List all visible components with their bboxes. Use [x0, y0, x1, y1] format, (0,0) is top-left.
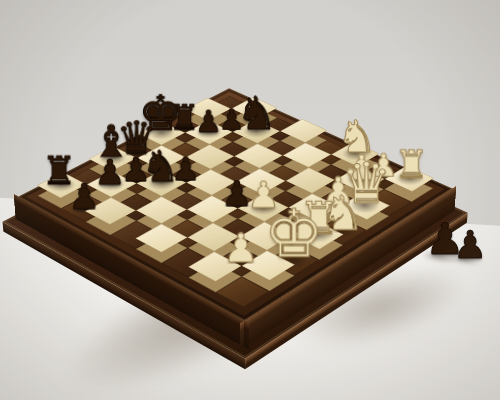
white-pawn-icon: ♟	[198, 228, 284, 268]
black-pawn-icon: ♟	[43, 178, 125, 213]
captured-black-pawn-2[interactable]: ♟	[442, 226, 498, 264]
photo-stage: ♞♟♜♟♞♟♜♟♟♛♚♞♛♟♟♟♜♝♟♞♚♟♟♜♟ ♟♟	[0, 0, 500, 400]
